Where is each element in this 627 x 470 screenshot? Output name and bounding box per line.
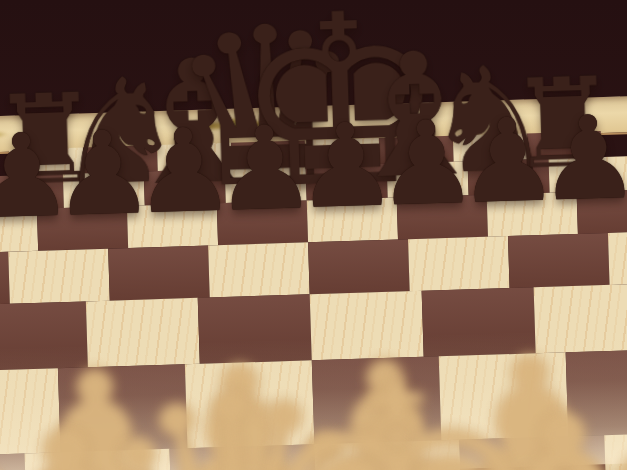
square-e5[interactable] xyxy=(308,239,410,294)
square-h5[interactable] xyxy=(608,230,627,285)
square-f5[interactable] xyxy=(408,236,510,291)
square-b5[interactable] xyxy=(8,249,110,304)
chess-photo-scene: ♜♞♝♛♚♝♞♜♟♟♟♟♟♟♟♟♟♟♟♟♟♟♝♛♚♝ xyxy=(0,0,627,470)
piece-black-pawn-h7[interactable]: ♟ xyxy=(536,100,627,218)
square-c5[interactable] xyxy=(108,246,210,301)
piece-white-bishop-f1[interactable]: ♝ xyxy=(436,376,627,470)
chessboard: ♜♞♝♛♚♝♞♜♟♟♟♟♟♟♟♟♟♟♟♟♟♟♝♛♚♝ xyxy=(0,0,627,470)
square-g5[interactable] xyxy=(508,233,610,288)
square-d5[interactable] xyxy=(208,242,310,297)
